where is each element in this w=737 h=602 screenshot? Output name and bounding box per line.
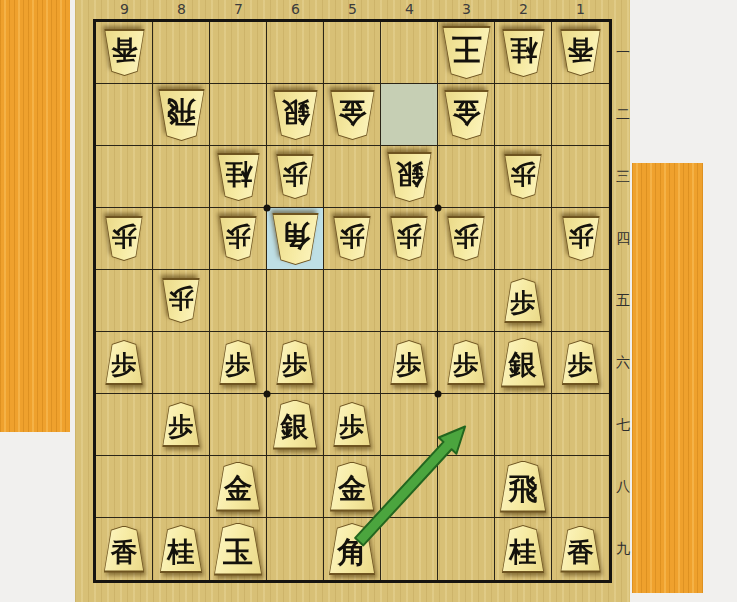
- piece-kanji: 玉: [214, 523, 263, 576]
- square-89[interactable]: 桂: [153, 518, 210, 580]
- piece-gote-21[interactable]: 桂: [502, 29, 545, 77]
- piece-gote-94[interactable]: 歩: [105, 216, 143, 261]
- square-36[interactable]: 歩: [438, 332, 495, 394]
- square-23[interactable]: 歩: [495, 146, 552, 208]
- square-67[interactable]: 銀: [267, 394, 324, 456]
- square-61[interactable]: [267, 22, 324, 84]
- piece-kanji: 金: [444, 90, 489, 140]
- square-59[interactable]: 角: [324, 518, 381, 580]
- star-point: [264, 391, 271, 398]
- square-84[interactable]: [153, 208, 210, 270]
- square-44[interactable]: 歩: [381, 208, 438, 270]
- square-49[interactable]: [381, 518, 438, 580]
- square-83[interactable]: [153, 146, 210, 208]
- board-grid: 香王桂香飛銀金金桂歩銀歩歩歩角歩歩歩歩歩歩歩歩歩歩歩銀歩歩銀歩金金飛香桂玉角桂香: [93, 19, 612, 583]
- piece-kanji: 歩: [219, 216, 257, 261]
- piece-gote-63[interactable]: 歩: [276, 154, 314, 199]
- piece-kanji: 香: [104, 526, 145, 573]
- file-label-2: 2: [495, 1, 552, 19]
- square-26[interactable]: 銀: [495, 332, 552, 394]
- piece-gote-54[interactable]: 歩: [333, 216, 371, 261]
- piece-sente-57[interactable]: 歩: [333, 402, 371, 447]
- square-11[interactable]: 香: [552, 22, 609, 84]
- piece-sente-28[interactable]: 飛: [500, 461, 547, 513]
- rank-label-4: 四: [611, 208, 635, 270]
- square-55[interactable]: [324, 270, 381, 332]
- square-27[interactable]: [495, 394, 552, 456]
- square-19[interactable]: 香: [552, 518, 609, 580]
- piece-kanji: 歩: [276, 154, 314, 199]
- piece-gote-52[interactable]: 金: [330, 90, 375, 140]
- piece-kanji: 歩: [276, 340, 314, 385]
- piece-kanji: 歩: [162, 402, 200, 447]
- piece-kanji: 歩: [390, 340, 428, 385]
- piece-kanji: 桂: [217, 153, 260, 201]
- square-63[interactable]: 歩: [267, 146, 324, 208]
- square-17[interactable]: [552, 394, 609, 456]
- piece-kanji: 角: [329, 523, 376, 575]
- square-78[interactable]: 金: [210, 456, 267, 518]
- piece-sente-66[interactable]: 歩: [276, 340, 314, 385]
- square-97[interactable]: [96, 394, 153, 456]
- square-94[interactable]: 歩: [96, 208, 153, 270]
- piece-sente-58[interactable]: 金: [330, 462, 375, 512]
- file-label-4: 4: [381, 1, 438, 19]
- square-98[interactable]: [96, 456, 153, 518]
- square-75[interactable]: [210, 270, 267, 332]
- piece-kanji: 金: [330, 462, 375, 512]
- piece-sente-46[interactable]: 歩: [390, 340, 428, 385]
- piece-gote-62[interactable]: 銀: [273, 90, 318, 140]
- piece-sente-36[interactable]: 歩: [447, 340, 485, 385]
- piece-kanji: 飛: [158, 89, 205, 141]
- gote-piece-stand: [0, 0, 70, 432]
- file-label-5: 5: [324, 1, 381, 19]
- piece-kanji: 香: [104, 29, 145, 76]
- piece-kanji: 桂: [502, 525, 545, 573]
- piece-kanji: 歩: [562, 340, 600, 385]
- piece-kanji: 桂: [502, 29, 545, 77]
- square-12[interactable]: [552, 84, 609, 146]
- square-45[interactable]: [381, 270, 438, 332]
- piece-kanji: 香: [560, 29, 601, 76]
- square-47[interactable]: [381, 394, 438, 456]
- square-99[interactable]: 香: [96, 518, 153, 580]
- square-56[interactable]: [324, 332, 381, 394]
- square-74[interactable]: 歩: [210, 208, 267, 270]
- piece-gote-11[interactable]: 香: [560, 29, 601, 76]
- square-86[interactable]: [153, 332, 210, 394]
- square-93[interactable]: [96, 146, 153, 208]
- square-76[interactable]: 歩: [210, 332, 267, 394]
- square-46[interactable]: 歩: [381, 332, 438, 394]
- square-71[interactable]: [210, 22, 267, 84]
- rank-label-7: 七: [611, 394, 635, 456]
- square-42[interactable]: [381, 84, 438, 146]
- square-65[interactable]: [267, 270, 324, 332]
- piece-kanji: 歩: [562, 216, 600, 261]
- square-37[interactable]: [438, 394, 495, 456]
- piece-kanji: 金: [330, 90, 375, 140]
- piece-sente-89[interactable]: 桂: [160, 525, 203, 573]
- square-21[interactable]: 桂: [495, 22, 552, 84]
- file-label-6: 6: [267, 1, 324, 19]
- square-91[interactable]: 香: [96, 22, 153, 84]
- piece-sente-96[interactable]: 歩: [105, 340, 143, 385]
- square-51[interactable]: [324, 22, 381, 84]
- square-28[interactable]: 飛: [495, 456, 552, 518]
- square-43[interactable]: 銀: [381, 146, 438, 208]
- piece-gote-23[interactable]: 歩: [504, 154, 542, 199]
- piece-gote-73[interactable]: 桂: [217, 153, 260, 201]
- square-39[interactable]: [438, 518, 495, 580]
- square-34[interactable]: 歩: [438, 208, 495, 270]
- piece-gote-43[interactable]: 銀: [387, 152, 432, 202]
- piece-sente-87[interactable]: 歩: [162, 402, 200, 447]
- square-88[interactable]: [153, 456, 210, 518]
- rank-label-6: 六: [611, 332, 635, 394]
- shogi-board-app: 987654321 一二三四五六七八九 香王桂香飛銀金金桂歩銀歩歩歩角歩歩歩歩歩…: [0, 0, 737, 602]
- square-48[interactable]: [381, 456, 438, 518]
- piece-gote-44[interactable]: 歩: [390, 216, 428, 261]
- piece-gote-85[interactable]: 歩: [162, 278, 200, 323]
- piece-kanji: 銀: [273, 400, 318, 450]
- square-38[interactable]: [438, 456, 495, 518]
- square-18[interactable]: [552, 456, 609, 518]
- file-labels: 987654321: [96, 1, 609, 19]
- piece-kanji: 歩: [390, 216, 428, 261]
- square-22[interactable]: [495, 84, 552, 146]
- file-label-9: 9: [96, 1, 153, 19]
- rank-label-3: 三: [611, 146, 635, 208]
- star-point: [435, 391, 442, 398]
- square-62[interactable]: 銀: [267, 84, 324, 146]
- piece-gote-91[interactable]: 香: [104, 29, 145, 76]
- piece-gote-74[interactable]: 歩: [219, 216, 257, 261]
- square-52[interactable]: 金: [324, 84, 381, 146]
- square-14[interactable]: 歩: [552, 208, 609, 270]
- square-82[interactable]: 飛: [153, 84, 210, 146]
- rank-label-5: 五: [611, 270, 635, 332]
- square-92[interactable]: [96, 84, 153, 146]
- piece-kanji: 歩: [447, 340, 485, 385]
- piece-kanji: 歩: [219, 340, 257, 385]
- square-32[interactable]: 金: [438, 84, 495, 146]
- square-96[interactable]: 歩: [96, 332, 153, 394]
- square-16[interactable]: 歩: [552, 332, 609, 394]
- star-point: [435, 205, 442, 212]
- square-24[interactable]: [495, 208, 552, 270]
- file-label-3: 3: [438, 1, 495, 19]
- square-25[interactable]: 歩: [495, 270, 552, 332]
- rank-labels: 一二三四五六七八九: [611, 22, 635, 580]
- piece-gote-64[interactable]: 角: [272, 213, 319, 265]
- piece-kanji: 歩: [105, 216, 143, 261]
- rank-label-8: 八: [611, 456, 635, 518]
- piece-kanji: 歩: [105, 340, 143, 385]
- piece-kanji: 金: [216, 462, 261, 512]
- square-31[interactable]: 王: [438, 22, 495, 84]
- piece-sente-26[interactable]: 銀: [501, 338, 546, 388]
- piece-kanji: 歩: [504, 278, 542, 323]
- square-53[interactable]: [324, 146, 381, 208]
- square-33[interactable]: [438, 146, 495, 208]
- piece-kanji: 飛: [500, 461, 547, 513]
- piece-kanji: 銀: [501, 338, 546, 388]
- piece-sente-78[interactable]: 金: [216, 462, 261, 512]
- square-85[interactable]: 歩: [153, 270, 210, 332]
- piece-kanji: 歩: [504, 154, 542, 199]
- piece-gote-34[interactable]: 歩: [447, 216, 485, 261]
- file-label-7: 7: [210, 1, 267, 19]
- square-68[interactable]: [267, 456, 324, 518]
- piece-sente-16[interactable]: 歩: [562, 340, 600, 385]
- piece-sente-99[interactable]: 香: [104, 526, 145, 573]
- square-35[interactable]: [438, 270, 495, 332]
- square-57[interactable]: 歩: [324, 394, 381, 456]
- piece-sente-76[interactable]: 歩: [219, 340, 257, 385]
- piece-gote-14[interactable]: 歩: [562, 216, 600, 261]
- square-54[interactable]: 歩: [324, 208, 381, 270]
- piece-gote-31[interactable]: 王: [442, 26, 491, 79]
- piece-sente-79[interactable]: 玉: [214, 523, 263, 576]
- piece-sente-19[interactable]: 香: [560, 526, 601, 573]
- square-77[interactable]: [210, 394, 267, 456]
- piece-sente-25[interactable]: 歩: [504, 278, 542, 323]
- square-79[interactable]: 玉: [210, 518, 267, 580]
- square-81[interactable]: [153, 22, 210, 84]
- square-41[interactable]: [381, 22, 438, 84]
- square-87[interactable]: 歩: [153, 394, 210, 456]
- square-95[interactable]: [96, 270, 153, 332]
- square-15[interactable]: [552, 270, 609, 332]
- square-13[interactable]: [552, 146, 609, 208]
- square-58[interactable]: 金: [324, 456, 381, 518]
- rank-label-1: 一: [611, 22, 635, 84]
- rank-label-2: 二: [611, 84, 635, 146]
- piece-kanji: 桂: [160, 525, 203, 573]
- square-64[interactable]: 角: [267, 208, 324, 270]
- square-29[interactable]: 桂: [495, 518, 552, 580]
- piece-sente-29[interactable]: 桂: [502, 525, 545, 573]
- piece-kanji: 歩: [447, 216, 485, 261]
- rank-label-9: 九: [611, 518, 635, 580]
- piece-kanji: 銀: [273, 90, 318, 140]
- file-label-8: 8: [153, 1, 210, 19]
- square-72[interactable]: [210, 84, 267, 146]
- piece-kanji: 王: [442, 26, 491, 79]
- piece-gote-82[interactable]: 飛: [158, 89, 205, 141]
- sente-piece-stand: [632, 163, 703, 593]
- piece-sente-67[interactable]: 銀: [273, 400, 318, 450]
- piece-kanji: 歩: [333, 216, 371, 261]
- piece-kanji: 銀: [387, 152, 432, 202]
- piece-kanji: 香: [560, 526, 601, 573]
- piece-gote-32[interactable]: 金: [444, 90, 489, 140]
- square-69[interactable]: [267, 518, 324, 580]
- piece-kanji: 歩: [162, 278, 200, 323]
- piece-kanji: 歩: [333, 402, 371, 447]
- file-label-1: 1: [552, 1, 609, 19]
- square-66[interactable]: 歩: [267, 332, 324, 394]
- piece-kanji: 角: [272, 213, 319, 265]
- piece-sente-59[interactable]: 角: [329, 523, 376, 575]
- star-point: [264, 205, 271, 212]
- square-73[interactable]: 桂: [210, 146, 267, 208]
